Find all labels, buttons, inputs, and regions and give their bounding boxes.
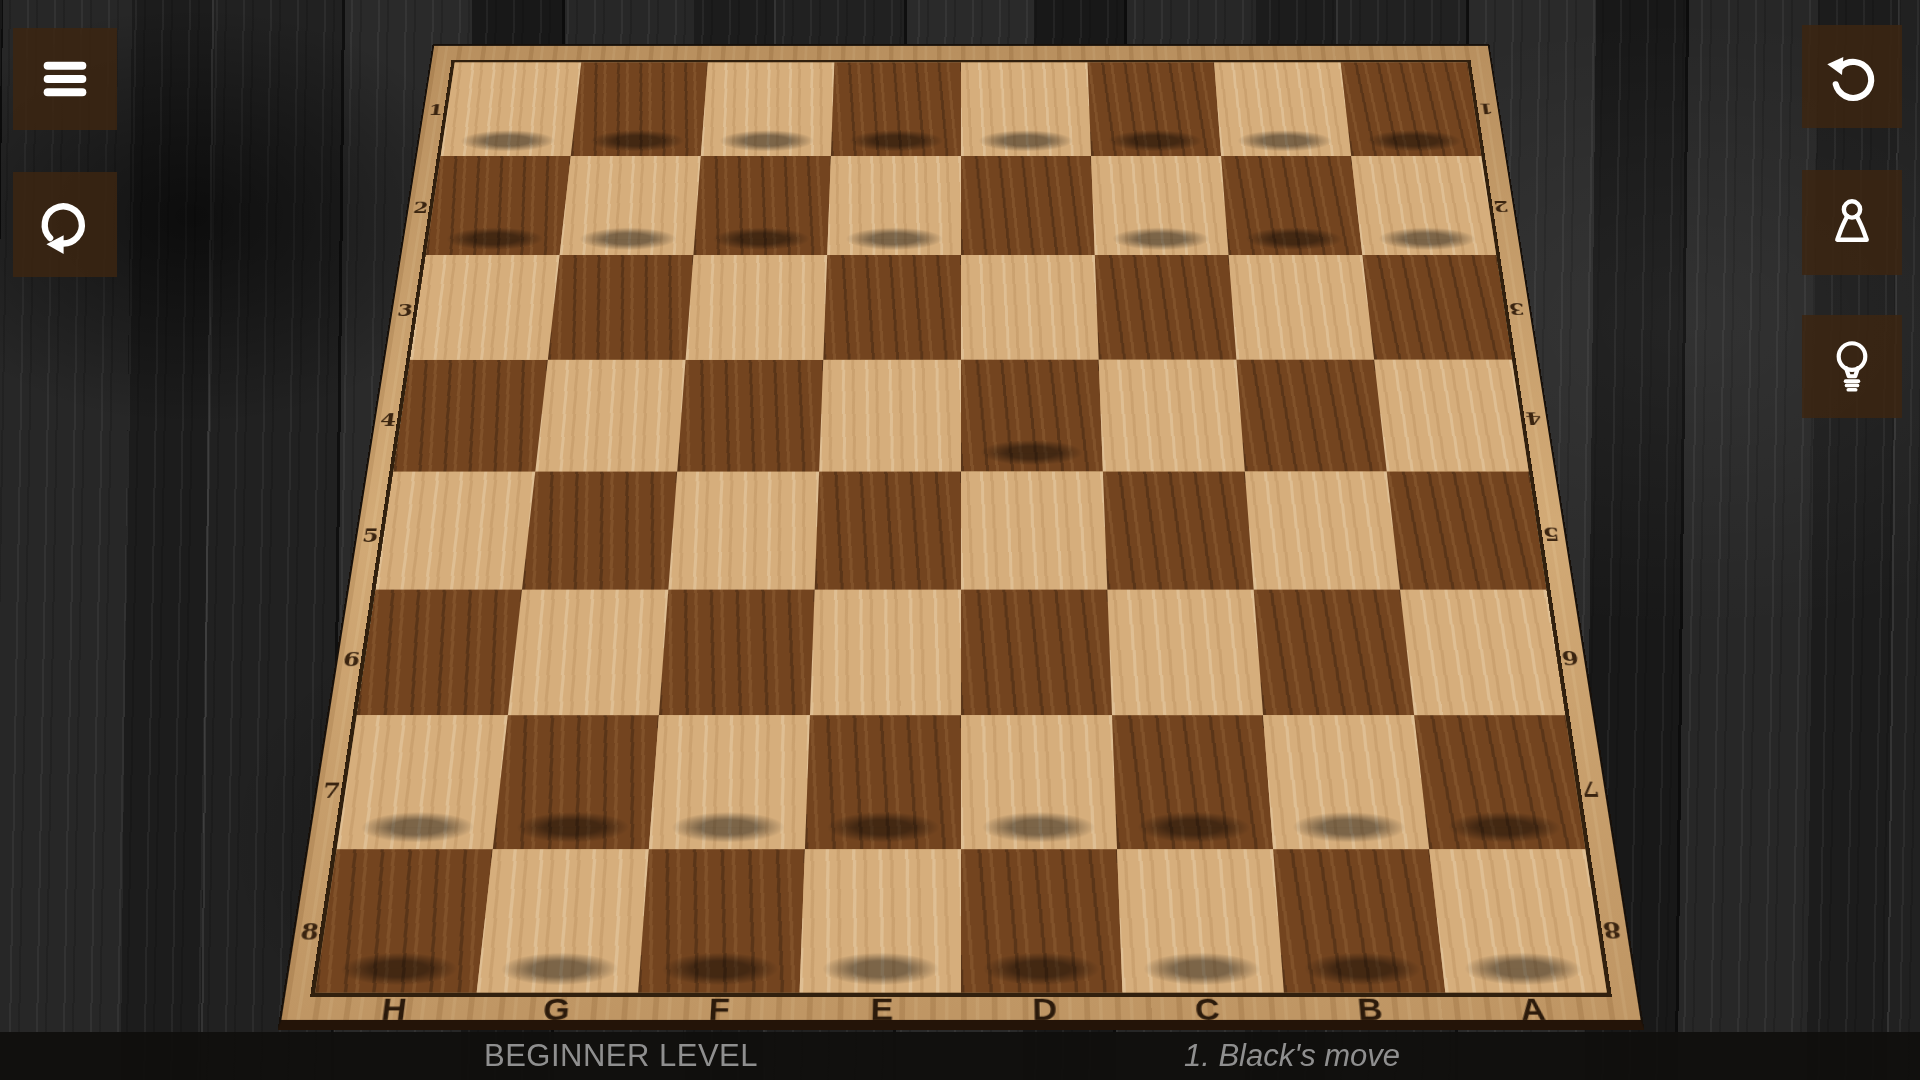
square-c6[interactable] xyxy=(1107,589,1263,715)
square-d5[interactable] xyxy=(961,471,1107,589)
square-f5[interactable] xyxy=(668,471,819,589)
square-a2[interactable]: ♟ xyxy=(1351,156,1496,255)
square-h4[interactable] xyxy=(393,360,547,471)
square-f4[interactable] xyxy=(677,360,823,471)
file-label-h: H xyxy=(379,991,408,1027)
square-f2[interactable]: ♟ xyxy=(693,156,831,255)
square-a3[interactable] xyxy=(1362,255,1512,360)
file-label-b: B xyxy=(1356,991,1384,1027)
square-f3[interactable] xyxy=(686,255,828,360)
rotate-board-button[interactable] xyxy=(13,172,117,277)
square-h3[interactable] xyxy=(410,255,560,360)
menu-button[interactable] xyxy=(13,28,117,130)
rank-label-right-3: 3 xyxy=(1503,299,1531,319)
square-b4[interactable] xyxy=(1236,360,1386,471)
level-label: BEGINNER LEVEL xyxy=(484,1038,758,1074)
square-d8[interactable]: ♛ xyxy=(961,849,1122,992)
square-b8[interactable]: ♞ xyxy=(1273,849,1445,992)
square-b6[interactable] xyxy=(1254,589,1414,715)
rank-label-left-2: 2 xyxy=(407,197,434,216)
square-d6[interactable] xyxy=(961,589,1112,715)
square-h6[interactable] xyxy=(357,589,522,715)
square-a8[interactable]: ♜ xyxy=(1429,849,1607,992)
square-d1[interactable]: ♛ xyxy=(961,62,1091,156)
board-grid: ♜♞♝♚♛♝♞♜♟♟♟♟♟♟♟♟♟♟♟♟♟♟♟♟♜♞♝♚♛♝♞♜ xyxy=(310,60,1612,997)
square-d2[interactable] xyxy=(961,156,1095,255)
piece-style-button[interactable] xyxy=(1802,170,1902,275)
square-a4[interactable] xyxy=(1374,360,1528,471)
board-frame: ♜♞♝♚♛♝♞♜♟♟♟♟♟♟♟♟♟♟♟♟♟♟♟♟♜♞♝♚♛♝♞♜ 1122334… xyxy=(278,44,1645,1029)
square-a6[interactable] xyxy=(1400,589,1565,715)
square-f8[interactable]: ♝ xyxy=(638,849,805,992)
square-g4[interactable] xyxy=(535,360,685,471)
file-label-a: A xyxy=(1518,991,1547,1027)
file-label-c: C xyxy=(1194,991,1221,1027)
rank-label-left-1: 1 xyxy=(423,100,449,118)
lightbulb-hint-icon xyxy=(1822,335,1882,399)
hamburger-menu-icon xyxy=(33,47,97,111)
move-status-label: 1. Black's move xyxy=(1184,1038,1400,1074)
square-h5[interactable] xyxy=(376,471,536,589)
hint-button[interactable] xyxy=(1802,315,1902,418)
rank-label-right-1: 1 xyxy=(1473,100,1499,118)
chess-board-3d: ♜♞♝♚♛♝♞♜♟♟♟♟♟♟♟♟♟♟♟♟♟♟♟♟♜♞♝♚♛♝♞♜ 1122334… xyxy=(278,44,1645,1029)
square-e6[interactable] xyxy=(810,589,961,715)
board-scene: ♜♞♝♚♛♝♞♜♟♟♟♟♟♟♟♟♟♟♟♟♟♟♟♟♜♞♝♚♛♝♞♜ 1122334… xyxy=(0,0,1920,1080)
square-g8[interactable]: ♞ xyxy=(477,849,649,992)
chess-app: ♜♞♝♚♛♝♞♜♟♟♟♟♟♟♟♟♟♟♟♟♟♟♟♟♜♞♝♚♛♝♞♜ 1122334… xyxy=(0,0,1920,1080)
square-c8[interactable]: ♝ xyxy=(1117,849,1284,992)
square-a5[interactable] xyxy=(1387,471,1547,589)
square-c4[interactable] xyxy=(1099,360,1245,471)
rotate-board-icon xyxy=(32,192,98,258)
square-h8[interactable]: ♜ xyxy=(315,849,493,992)
square-e2[interactable]: ♟ xyxy=(827,156,961,255)
square-c3[interactable] xyxy=(1095,255,1237,360)
square-c5[interactable] xyxy=(1103,471,1254,589)
rank-label-left-3: 3 xyxy=(391,299,419,319)
square-e3[interactable] xyxy=(823,255,961,360)
square-c2[interactable]: ♟ xyxy=(1091,156,1229,255)
square-g2[interactable]: ♟ xyxy=(560,156,701,255)
rank-label-left-4: 4 xyxy=(374,408,403,429)
square-g6[interactable] xyxy=(508,589,668,715)
square-b2[interactable]: ♟ xyxy=(1221,156,1362,255)
square-e4[interactable] xyxy=(819,360,961,471)
status-bar: BEGINNER LEVEL 1. Black's move xyxy=(0,1032,1920,1080)
square-b5[interactable] xyxy=(1245,471,1400,589)
square-d4[interactable]: ♟ xyxy=(961,360,1103,471)
square-e8[interactable]: ♚ xyxy=(800,849,961,992)
square-h2[interactable]: ♟ xyxy=(426,156,571,255)
square-e5[interactable] xyxy=(815,471,961,589)
rank-label-right-2: 2 xyxy=(1487,197,1514,216)
square-g5[interactable] xyxy=(522,471,677,589)
square-b3[interactable] xyxy=(1229,255,1375,360)
file-label-d: D xyxy=(1032,991,1057,1027)
square-g3[interactable] xyxy=(548,255,694,360)
rank-label-right-4: 4 xyxy=(1519,408,1548,429)
undo-move-button[interactable] xyxy=(1802,25,1902,128)
undo-arrow-icon xyxy=(1820,45,1884,109)
file-label-g: G xyxy=(542,991,572,1027)
square-f6[interactable] xyxy=(659,589,815,715)
file-label-e: E xyxy=(870,991,894,1027)
pawn-outline-icon xyxy=(1821,192,1883,254)
file-label-f: F xyxy=(708,991,731,1027)
